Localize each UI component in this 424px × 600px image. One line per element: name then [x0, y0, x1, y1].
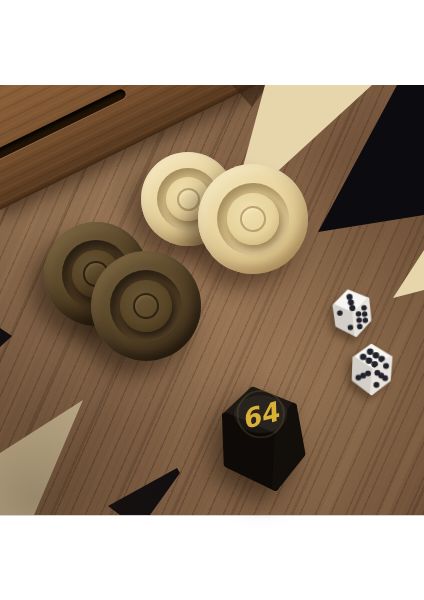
point-cream-right-tip: [393, 250, 424, 298]
doubling-cube: 64 8 32: [222, 384, 308, 496]
point-cream-bottom-left: [0, 400, 83, 515]
photo-frame: 64 8 32: [0, 0, 424, 600]
backgammon-photo: [0, 85, 424, 516]
point-black-left-tip: [0, 328, 12, 347]
points-layer: [0, 85, 424, 515]
point-black-bottom: [108, 468, 180, 515]
